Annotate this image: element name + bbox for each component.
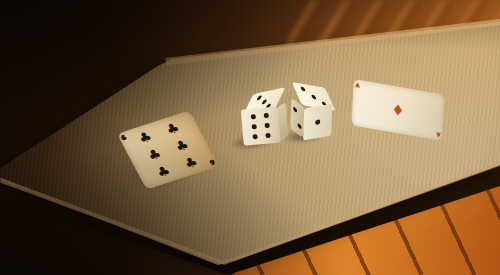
suit-pip: ♣ [163,120,182,136]
suit-pip: ♣ [136,129,155,145]
diamond-suit-icon: ♦ [436,131,442,138]
die-pip [266,133,271,138]
die-pip [256,95,262,100]
suit-pip: ♣ [172,137,191,153]
die-pip [264,113,269,118]
suit-pip: ♣ [145,146,164,162]
suit-pip: ♦ [391,102,404,118]
die-pip [265,123,270,128]
photo-scene: 6 ♣ ♣♣♣♣♣♣ 6 ♣ A ♦ ♦ A ♦ [0,0,500,275]
die-pip [311,94,317,99]
die-pip [300,87,306,92]
suit-pip: ♣ [154,163,173,179]
die-pip [252,134,257,139]
die-front-face-six [241,107,281,146]
die-right-face-one [303,104,332,141]
die-pip [298,123,302,130]
die-pip [251,124,256,129]
left-die [237,88,291,152]
die-pip [261,99,267,104]
die-pip [293,106,297,113]
die-pip [315,119,320,125]
suit-pip: ♣ [182,155,201,171]
right-die [287,82,341,144]
die-pip [250,114,255,119]
